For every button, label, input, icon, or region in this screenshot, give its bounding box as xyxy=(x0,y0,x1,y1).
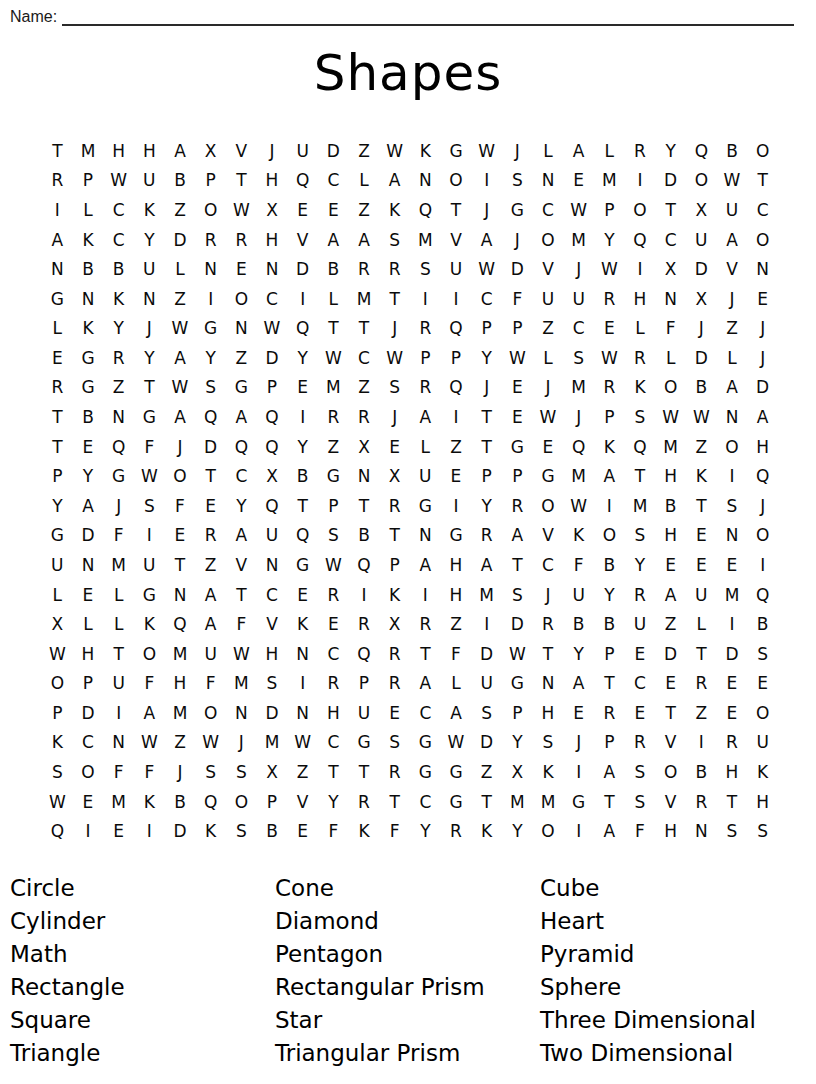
grid-cell-r19c7[interactable]: M xyxy=(226,669,257,699)
grid-cell-r4c23[interactable]: A xyxy=(717,225,748,255)
grid-cell-r22c5[interactable]: J xyxy=(165,757,196,787)
grid-cell-r18c11[interactable]: Q xyxy=(349,639,380,669)
grid-cell-r23c3[interactable]: M xyxy=(103,787,134,817)
grid-cell-r6c21[interactable]: N xyxy=(655,284,686,314)
grid-cell-r20c6[interactable]: O xyxy=(195,698,226,728)
grid-cell-r1c1[interactable]: T xyxy=(42,136,73,166)
grid-cell-r5c12[interactable]: R xyxy=(379,254,410,284)
grid-cell-r24c20[interactable]: F xyxy=(625,816,656,846)
grid-cell-r5c9[interactable]: D xyxy=(287,254,318,284)
grid-cell-r19c23[interactable]: E xyxy=(717,669,748,699)
grid-cell-r8c16[interactable]: W xyxy=(502,343,533,373)
grid-cell-r19c24[interactable]: E xyxy=(747,669,778,699)
grid-cell-r5c14[interactable]: U xyxy=(441,254,472,284)
grid-cell-r2c3[interactable]: W xyxy=(103,166,134,196)
grid-cell-r10c4[interactable]: G xyxy=(134,402,165,432)
grid-cell-r17c14[interactable]: Z xyxy=(441,609,472,639)
grid-cell-r13c16[interactable]: R xyxy=(502,491,533,521)
grid-cell-r10c12[interactable]: J xyxy=(379,402,410,432)
grid-cell-r21c3[interactable]: N xyxy=(103,728,134,758)
grid-cell-r11c18[interactable]: Q xyxy=(563,432,594,462)
grid-cell-r11c6[interactable]: D xyxy=(195,432,226,462)
grid-cell-r8c24[interactable]: J xyxy=(747,343,778,373)
grid-cell-r3c19[interactable]: P xyxy=(594,195,625,225)
grid-cell-r12c2[interactable]: Y xyxy=(73,461,104,491)
grid-cell-r18c20[interactable]: E xyxy=(625,639,656,669)
grid-cell-r16c15[interactable]: M xyxy=(471,580,502,610)
grid-cell-r16c2[interactable]: E xyxy=(73,580,104,610)
grid-cell-r14c2[interactable]: D xyxy=(73,521,104,551)
grid-cell-r1c22[interactable]: Q xyxy=(686,136,717,166)
grid-cell-r20c23[interactable]: E xyxy=(717,698,748,728)
grid-cell-r7c21[interactable]: F xyxy=(655,314,686,344)
grid-cell-r7c23[interactable]: Z xyxy=(717,314,748,344)
grid-cell-r1c2[interactable]: M xyxy=(73,136,104,166)
grid-cell-r5c17[interactable]: V xyxy=(533,254,564,284)
grid-cell-r8c12[interactable]: W xyxy=(379,343,410,373)
grid-cell-r9c21[interactable]: O xyxy=(655,373,686,403)
grid-cell-r19c14[interactable]: L xyxy=(441,669,472,699)
grid-cell-r24c18[interactable]: I xyxy=(563,816,594,846)
grid-cell-r14c17[interactable]: V xyxy=(533,521,564,551)
grid-cell-r19c18[interactable]: A xyxy=(563,669,594,699)
grid-cell-r15c22[interactable]: E xyxy=(686,550,717,580)
grid-cell-r18c12[interactable]: R xyxy=(379,639,410,669)
grid-cell-r13c7[interactable]: Y xyxy=(226,491,257,521)
grid-cell-r24c5[interactable]: D xyxy=(165,816,196,846)
grid-cell-r4c2[interactable]: K xyxy=(73,225,104,255)
grid-cell-r18c10[interactable]: C xyxy=(318,639,349,669)
grid-cell-r14c16[interactable]: A xyxy=(502,521,533,551)
grid-cell-r1c15[interactable]: W xyxy=(471,136,502,166)
grid-cell-r3c22[interactable]: X xyxy=(686,195,717,225)
grid-cell-r8c15[interactable]: Y xyxy=(471,343,502,373)
grid-cell-r19c2[interactable]: P xyxy=(73,669,104,699)
grid-cell-r23c14[interactable]: G xyxy=(441,787,472,817)
grid-cell-r22c22[interactable]: B xyxy=(686,757,717,787)
grid-cell-r21c10[interactable]: C xyxy=(318,728,349,758)
grid-cell-r5c3[interactable]: B xyxy=(103,254,134,284)
grid-cell-r17c18[interactable]: B xyxy=(563,609,594,639)
grid-cell-r13c20[interactable]: M xyxy=(625,491,656,521)
grid-cell-r14c15[interactable]: R xyxy=(471,521,502,551)
grid-cell-r14c1[interactable]: G xyxy=(42,521,73,551)
grid-cell-r20c21[interactable]: T xyxy=(655,698,686,728)
grid-cell-r6c6[interactable]: I xyxy=(195,284,226,314)
grid-cell-r14c18[interactable]: K xyxy=(563,521,594,551)
grid-cell-r4c21[interactable]: C xyxy=(655,225,686,255)
grid-cell-r12c13[interactable]: U xyxy=(410,461,441,491)
grid-cell-r8c1[interactable]: E xyxy=(42,343,73,373)
grid-cell-r17c8[interactable]: V xyxy=(257,609,288,639)
grid-cell-r1c11[interactable]: Z xyxy=(349,136,380,166)
grid-cell-r22c15[interactable]: Z xyxy=(471,757,502,787)
grid-cell-r16c14[interactable]: H xyxy=(441,580,472,610)
grid-cell-r24c24[interactable]: S xyxy=(747,816,778,846)
grid-cell-r3c10[interactable]: E xyxy=(318,195,349,225)
grid-cell-r15c12[interactable]: P xyxy=(379,550,410,580)
grid-cell-r17c23[interactable]: I xyxy=(717,609,748,639)
grid-cell-r14c4[interactable]: I xyxy=(134,521,165,551)
grid-cell-r10c5[interactable]: A xyxy=(165,402,196,432)
grid-cell-r15c11[interactable]: Q xyxy=(349,550,380,580)
grid-cell-r24c7[interactable]: S xyxy=(226,816,257,846)
grid-cell-r16c17[interactable]: J xyxy=(533,580,564,610)
grid-cell-r5c4[interactable]: U xyxy=(134,254,165,284)
grid-cell-r24c3[interactable]: E xyxy=(103,816,134,846)
grid-cell-r5c7[interactable]: E xyxy=(226,254,257,284)
grid-cell-r13c2[interactable]: A xyxy=(73,491,104,521)
grid-cell-r22c1[interactable]: S xyxy=(42,757,73,787)
grid-cell-r5c11[interactable]: R xyxy=(349,254,380,284)
grid-cell-r18c21[interactable]: D xyxy=(655,639,686,669)
grid-cell-r1c5[interactable]: A xyxy=(165,136,196,166)
grid-cell-r22c12[interactable]: R xyxy=(379,757,410,787)
grid-cell-r2c1[interactable]: R xyxy=(42,166,73,196)
grid-cell-r19c17[interactable]: N xyxy=(533,669,564,699)
grid-cell-r1c18[interactable]: A xyxy=(563,136,594,166)
grid-cell-r17c1[interactable]: X xyxy=(42,609,73,639)
grid-cell-r17c6[interactable]: A xyxy=(195,609,226,639)
grid-cell-r6c9[interactable]: I xyxy=(287,284,318,314)
grid-cell-r3c9[interactable]: E xyxy=(287,195,318,225)
grid-cell-r9c5[interactable]: W xyxy=(165,373,196,403)
grid-cell-r8c13[interactable]: P xyxy=(410,343,441,373)
grid-cell-r16c1[interactable]: L xyxy=(42,580,73,610)
grid-cell-r13c21[interactable]: B xyxy=(655,491,686,521)
grid-cell-r11c20[interactable]: Q xyxy=(625,432,656,462)
grid-cell-r7c17[interactable]: Z xyxy=(533,314,564,344)
grid-cell-r4c14[interactable]: V xyxy=(441,225,472,255)
grid-cell-r9c18[interactable]: M xyxy=(563,373,594,403)
grid-cell-r21c6[interactable]: W xyxy=(195,728,226,758)
grid-cell-r2c16[interactable]: S xyxy=(502,166,533,196)
grid-cell-r22c23[interactable]: H xyxy=(717,757,748,787)
grid-cell-r19c3[interactable]: U xyxy=(103,669,134,699)
grid-cell-r18c5[interactable]: M xyxy=(165,639,196,669)
grid-cell-r8c10[interactable]: W xyxy=(318,343,349,373)
grid-cell-r15c23[interactable]: E xyxy=(717,550,748,580)
grid-cell-r14c10[interactable]: S xyxy=(318,521,349,551)
grid-cell-r12c12[interactable]: X xyxy=(379,461,410,491)
grid-cell-r3c5[interactable]: Z xyxy=(165,195,196,225)
grid-cell-r14c3[interactable]: F xyxy=(103,521,134,551)
grid-cell-r20c7[interactable]: N xyxy=(226,698,257,728)
grid-cell-r5c5[interactable]: L xyxy=(165,254,196,284)
grid-cell-r24c1[interactable]: Q xyxy=(42,816,73,846)
grid-cell-r11c22[interactable]: Z xyxy=(686,432,717,462)
grid-cell-r12c19[interactable]: A xyxy=(594,461,625,491)
grid-cell-r12c23[interactable]: I xyxy=(717,461,748,491)
grid-cell-r24c9[interactable]: E xyxy=(287,816,318,846)
grid-cell-r17c20[interactable]: U xyxy=(625,609,656,639)
grid-cell-r20c8[interactable]: D xyxy=(257,698,288,728)
grid-cell-r13c13[interactable]: G xyxy=(410,491,441,521)
grid-cell-r9c15[interactable]: J xyxy=(471,373,502,403)
grid-cell-r9c20[interactable]: K xyxy=(625,373,656,403)
grid-cell-r24c17[interactable]: O xyxy=(533,816,564,846)
grid-cell-r16c6[interactable]: A xyxy=(195,580,226,610)
grid-cell-r5c21[interactable]: X xyxy=(655,254,686,284)
grid-cell-r24c22[interactable]: N xyxy=(686,816,717,846)
grid-cell-r19c1[interactable]: O xyxy=(42,669,73,699)
grid-cell-r19c13[interactable]: A xyxy=(410,669,441,699)
grid-cell-r7c20[interactable]: L xyxy=(625,314,656,344)
grid-cell-r20c12[interactable]: E xyxy=(379,698,410,728)
grid-cell-r8c9[interactable]: Y xyxy=(287,343,318,373)
grid-cell-r22c20[interactable]: S xyxy=(625,757,656,787)
grid-cell-r10c18[interactable]: J xyxy=(563,402,594,432)
grid-cell-r4c16[interactable]: J xyxy=(502,225,533,255)
grid-cell-r22c3[interactable]: F xyxy=(103,757,134,787)
grid-cell-r18c18[interactable]: Y xyxy=(563,639,594,669)
grid-cell-r15c4[interactable]: U xyxy=(134,550,165,580)
grid-cell-r21c7[interactable]: J xyxy=(226,728,257,758)
grid-cell-r16c4[interactable]: G xyxy=(134,580,165,610)
grid-cell-r5c10[interactable]: B xyxy=(318,254,349,284)
grid-cell-r18c7[interactable]: W xyxy=(226,639,257,669)
grid-cell-r13c11[interactable]: T xyxy=(349,491,380,521)
grid-cell-r18c13[interactable]: T xyxy=(410,639,441,669)
grid-cell-r5c13[interactable]: S xyxy=(410,254,441,284)
grid-cell-r4c22[interactable]: U xyxy=(686,225,717,255)
grid-cell-r11c17[interactable]: E xyxy=(533,432,564,462)
grid-cell-r13c24[interactable]: J xyxy=(747,491,778,521)
grid-cell-r12c20[interactable]: T xyxy=(625,461,656,491)
grid-cell-r15c14[interactable]: H xyxy=(441,550,472,580)
grid-cell-r7c1[interactable]: L xyxy=(42,314,73,344)
grid-cell-r6c17[interactable]: U xyxy=(533,284,564,314)
grid-cell-r6c18[interactable]: U xyxy=(563,284,594,314)
grid-cell-r9c2[interactable]: G xyxy=(73,373,104,403)
grid-cell-r2c15[interactable]: I xyxy=(471,166,502,196)
grid-cell-r19c9[interactable]: I xyxy=(287,669,318,699)
grid-cell-r17c5[interactable]: Q xyxy=(165,609,196,639)
grid-cell-r7c7[interactable]: N xyxy=(226,314,257,344)
grid-cell-r14c12[interactable]: T xyxy=(379,521,410,551)
grid-cell-r22c16[interactable]: X xyxy=(502,757,533,787)
grid-cell-r22c17[interactable]: K xyxy=(533,757,564,787)
grid-cell-r2c18[interactable]: E xyxy=(563,166,594,196)
grid-cell-r7c10[interactable]: T xyxy=(318,314,349,344)
grid-cell-r7c2[interactable]: K xyxy=(73,314,104,344)
grid-cell-r19c16[interactable]: G xyxy=(502,669,533,699)
grid-cell-r24c15[interactable]: K xyxy=(471,816,502,846)
grid-cell-r24c6[interactable]: K xyxy=(195,816,226,846)
grid-cell-r8c4[interactable]: Y xyxy=(134,343,165,373)
grid-cell-r9c12[interactable]: S xyxy=(379,373,410,403)
grid-cell-r2c5[interactable]: B xyxy=(165,166,196,196)
grid-cell-r21c14[interactable]: W xyxy=(441,728,472,758)
grid-cell-r14c24[interactable]: O xyxy=(747,521,778,551)
grid-cell-r7c12[interactable]: J xyxy=(379,314,410,344)
grid-cell-r6c16[interactable]: F xyxy=(502,284,533,314)
grid-cell-r1c3[interactable]: H xyxy=(103,136,134,166)
grid-cell-r11c4[interactable]: F xyxy=(134,432,165,462)
grid-cell-r5c19[interactable]: W xyxy=(594,254,625,284)
grid-cell-r20c14[interactable]: A xyxy=(441,698,472,728)
grid-cell-r7c11[interactable]: T xyxy=(349,314,380,344)
grid-cell-r18c8[interactable]: H xyxy=(257,639,288,669)
grid-cell-r22c9[interactable]: Z xyxy=(287,757,318,787)
grid-cell-r17c19[interactable]: B xyxy=(594,609,625,639)
grid-cell-r18c24[interactable]: S xyxy=(747,639,778,669)
grid-cell-r4c19[interactable]: Y xyxy=(594,225,625,255)
grid-cell-r17c24[interactable]: B xyxy=(747,609,778,639)
grid-cell-r12c22[interactable]: K xyxy=(686,461,717,491)
grid-cell-r4c20[interactable]: Q xyxy=(625,225,656,255)
grid-cell-r4c12[interactable]: S xyxy=(379,225,410,255)
grid-cell-r20c4[interactable]: A xyxy=(134,698,165,728)
grid-cell-r7c18[interactable]: C xyxy=(563,314,594,344)
grid-cell-r16c11[interactable]: I xyxy=(349,580,380,610)
grid-cell-r13c3[interactable]: J xyxy=(103,491,134,521)
grid-cell-r5c2[interactable]: B xyxy=(73,254,104,284)
grid-cell-r3c12[interactable]: K xyxy=(379,195,410,225)
grid-cell-r19c19[interactable]: T xyxy=(594,669,625,699)
grid-cell-r16c7[interactable]: T xyxy=(226,580,257,610)
grid-cell-r18c15[interactable]: D xyxy=(471,639,502,669)
grid-cell-r13c17[interactable]: O xyxy=(533,491,564,521)
grid-cell-r23c19[interactable]: T xyxy=(594,787,625,817)
grid-cell-r7c4[interactable]: J xyxy=(134,314,165,344)
grid-cell-r12c24[interactable]: Q xyxy=(747,461,778,491)
grid-cell-r2c22[interactable]: O xyxy=(686,166,717,196)
grid-cell-r16c21[interactable]: A xyxy=(655,580,686,610)
grid-cell-r10c8[interactable]: Q xyxy=(257,402,288,432)
grid-cell-r23c24[interactable]: H xyxy=(747,787,778,817)
grid-cell-r19c5[interactable]: H xyxy=(165,669,196,699)
grid-cell-r19c15[interactable]: U xyxy=(471,669,502,699)
grid-cell-r18c17[interactable]: T xyxy=(533,639,564,669)
grid-cell-r2c8[interactable]: H xyxy=(257,166,288,196)
grid-cell-r12c9[interactable]: B xyxy=(287,461,318,491)
grid-cell-r4c4[interactable]: Y xyxy=(134,225,165,255)
grid-cell-r21c12[interactable]: S xyxy=(379,728,410,758)
grid-cell-r10c10[interactable]: R xyxy=(318,402,349,432)
grid-cell-r4c17[interactable]: O xyxy=(533,225,564,255)
grid-cell-r7c9[interactable]: Q xyxy=(287,314,318,344)
grid-cell-r23c18[interactable]: G xyxy=(563,787,594,817)
grid-cell-r12c5[interactable]: O xyxy=(165,461,196,491)
grid-cell-r18c14[interactable]: F xyxy=(441,639,472,669)
grid-cell-r22c21[interactable]: O xyxy=(655,757,686,787)
grid-cell-r23c4[interactable]: K xyxy=(134,787,165,817)
grid-cell-r4c11[interactable]: A xyxy=(349,225,380,255)
grid-cell-r3c4[interactable]: K xyxy=(134,195,165,225)
grid-cell-r6c12[interactable]: T xyxy=(379,284,410,314)
grid-cell-r6c5[interactable]: Z xyxy=(165,284,196,314)
grid-cell-r14c11[interactable]: B xyxy=(349,521,380,551)
grid-cell-r21c13[interactable]: G xyxy=(410,728,441,758)
grid-cell-r15c21[interactable]: E xyxy=(655,550,686,580)
grid-cell-r8c19[interactable]: W xyxy=(594,343,625,373)
grid-cell-r4c7[interactable]: R xyxy=(226,225,257,255)
grid-cell-r24c19[interactable]: A xyxy=(594,816,625,846)
grid-cell-r2c19[interactable]: M xyxy=(594,166,625,196)
grid-cell-r23c11[interactable]: R xyxy=(349,787,380,817)
grid-cell-r9c22[interactable]: B xyxy=(686,373,717,403)
grid-cell-r17c17[interactable]: R xyxy=(533,609,564,639)
grid-cell-r13c4[interactable]: S xyxy=(134,491,165,521)
grid-cell-r10c23[interactable]: N xyxy=(717,402,748,432)
grid-cell-r21c21[interactable]: V xyxy=(655,728,686,758)
grid-cell-r8c23[interactable]: L xyxy=(717,343,748,373)
grid-cell-r4c8[interactable]: H xyxy=(257,225,288,255)
grid-cell-r16c3[interactable]: L xyxy=(103,580,134,610)
grid-cell-r23c22[interactable]: R xyxy=(686,787,717,817)
grid-cell-r2c17[interactable]: N xyxy=(533,166,564,196)
grid-cell-r1c17[interactable]: L xyxy=(533,136,564,166)
grid-cell-r21c8[interactable]: M xyxy=(257,728,288,758)
grid-cell-r4c24[interactable]: O xyxy=(747,225,778,255)
grid-cell-r1c19[interactable]: L xyxy=(594,136,625,166)
grid-cell-r21c4[interactable]: W xyxy=(134,728,165,758)
grid-cell-r21c1[interactable]: K xyxy=(42,728,73,758)
grid-cell-r13c5[interactable]: F xyxy=(165,491,196,521)
grid-cell-r11c24[interactable]: H xyxy=(747,432,778,462)
grid-cell-r5c1[interactable]: N xyxy=(42,254,73,284)
grid-cell-r8c3[interactable]: R xyxy=(103,343,134,373)
grid-cell-r3c1[interactable]: I xyxy=(42,195,73,225)
grid-cell-r19c6[interactable]: F xyxy=(195,669,226,699)
grid-cell-r20c19[interactable]: R xyxy=(594,698,625,728)
grid-cell-r18c23[interactable]: D xyxy=(717,639,748,669)
grid-cell-r13c12[interactable]: R xyxy=(379,491,410,521)
grid-cell-r6c19[interactable]: R xyxy=(594,284,625,314)
grid-cell-r20c3[interactable]: I xyxy=(103,698,134,728)
grid-cell-r11c1[interactable]: T xyxy=(42,432,73,462)
grid-cell-r5c16[interactable]: D xyxy=(502,254,533,284)
grid-cell-r1c12[interactable]: W xyxy=(379,136,410,166)
grid-cell-r4c18[interactable]: M xyxy=(563,225,594,255)
grid-cell-r13c22[interactable]: T xyxy=(686,491,717,521)
grid-cell-r9c13[interactable]: R xyxy=(410,373,441,403)
grid-cell-r10c14[interactable]: I xyxy=(441,402,472,432)
grid-cell-r3c23[interactable]: U xyxy=(717,195,748,225)
grid-cell-r13c1[interactable]: Y xyxy=(42,491,73,521)
grid-cell-r15c16[interactable]: T xyxy=(502,550,533,580)
grid-cell-r1c21[interactable]: Y xyxy=(655,136,686,166)
grid-cell-r24c10[interactable]: F xyxy=(318,816,349,846)
grid-cell-r23c12[interactable]: T xyxy=(379,787,410,817)
grid-cell-r13c9[interactable]: T xyxy=(287,491,318,521)
grid-cell-r24c2[interactable]: I xyxy=(73,816,104,846)
grid-cell-r9c11[interactable]: Z xyxy=(349,373,380,403)
grid-cell-r22c24[interactable]: K xyxy=(747,757,778,787)
grid-cell-r1c20[interactable]: R xyxy=(625,136,656,166)
grid-cell-r14c7[interactable]: A xyxy=(226,521,257,551)
grid-cell-r1c6[interactable]: X xyxy=(195,136,226,166)
grid-cell-r17c22[interactable]: L xyxy=(686,609,717,639)
grid-cell-r1c8[interactable]: J xyxy=(257,136,288,166)
grid-cell-r21c15[interactable]: D xyxy=(471,728,502,758)
grid-cell-r1c14[interactable]: G xyxy=(441,136,472,166)
grid-cell-r10c7[interactable]: A xyxy=(226,402,257,432)
grid-cell-r4c6[interactable]: R xyxy=(195,225,226,255)
grid-cell-r6c10[interactable]: L xyxy=(318,284,349,314)
grid-cell-r12c14[interactable]: E xyxy=(441,461,472,491)
grid-cell-r19c11[interactable]: P xyxy=(349,669,380,699)
grid-cell-r3c20[interactable]: O xyxy=(625,195,656,225)
grid-cell-r9c14[interactable]: Q xyxy=(441,373,472,403)
grid-cell-r8c5[interactable]: A xyxy=(165,343,196,373)
grid-cell-r21c9[interactable]: W xyxy=(287,728,318,758)
grid-cell-r17c15[interactable]: I xyxy=(471,609,502,639)
grid-cell-r23c21[interactable]: V xyxy=(655,787,686,817)
grid-cell-r9c23[interactable]: A xyxy=(717,373,748,403)
grid-cell-r20c9[interactable]: N xyxy=(287,698,318,728)
